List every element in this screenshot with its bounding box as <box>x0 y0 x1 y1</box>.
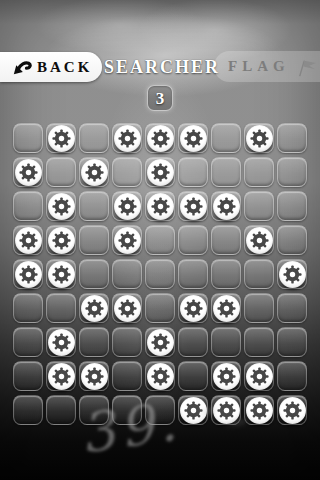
cell-r6c7-gear[interactable] <box>211 293 241 323</box>
cell-r3c5-gear[interactable] <box>145 191 175 221</box>
gear-token-icon <box>279 261 306 288</box>
cell-r7c7-empty[interactable] <box>211 327 241 357</box>
cell-r3c8-empty[interactable] <box>244 191 274 221</box>
cell-r1c2-gear[interactable] <box>46 123 76 153</box>
cell-r5c2-gear[interactable] <box>46 259 76 289</box>
flag-button-label: FLAG <box>228 58 290 75</box>
cell-r8c6-empty[interactable] <box>178 361 208 391</box>
gear-token-icon <box>213 193 240 220</box>
cell-r7c6-empty[interactable] <box>178 327 208 357</box>
cell-r8c9-empty[interactable] <box>277 361 307 391</box>
cell-r6c2-empty[interactable] <box>46 293 76 323</box>
cell-r2c7-empty[interactable] <box>211 157 241 187</box>
cell-r4c4-gear[interactable] <box>112 225 142 255</box>
flag-toggle-button[interactable]: FLAG <box>214 51 320 82</box>
cell-r6c9-empty[interactable] <box>277 293 307 323</box>
gear-token-icon <box>213 397 240 424</box>
cell-r3c6-gear[interactable] <box>178 191 208 221</box>
cell-r7c4-empty[interactable] <box>112 327 142 357</box>
cell-r9c6-gear[interactable] <box>178 395 208 425</box>
gear-token-icon <box>213 363 240 390</box>
cell-r5c9-gear[interactable] <box>277 259 307 289</box>
cell-r4c1-gear[interactable] <box>13 225 43 255</box>
cell-r3c7-gear[interactable] <box>211 191 241 221</box>
cell-r1c5-gear[interactable] <box>145 123 175 153</box>
cell-r9c9-gear[interactable] <box>277 395 307 425</box>
cell-r6c5-empty[interactable] <box>145 293 175 323</box>
cell-r7c9-empty[interactable] <box>277 327 307 357</box>
cell-r2c3-gear[interactable] <box>79 157 109 187</box>
cell-r1c4-gear[interactable] <box>112 123 142 153</box>
cell-r7c1-empty[interactable] <box>13 327 43 357</box>
cell-r9c4-empty[interactable] <box>112 395 142 425</box>
gear-token-icon <box>180 193 207 220</box>
cell-r8c1-empty[interactable] <box>13 361 43 391</box>
cell-r9c5-empty[interactable] <box>145 395 175 425</box>
back-button-label: BACK <box>37 59 92 76</box>
gear-token-icon <box>114 227 141 254</box>
cell-r9c3-empty[interactable] <box>79 395 109 425</box>
gear-token-icon <box>147 159 174 186</box>
gear-token-icon <box>81 295 108 322</box>
cell-r7c5-gear[interactable] <box>145 327 175 357</box>
cell-r9c8-gear[interactable] <box>244 395 274 425</box>
back-button[interactable]: BACK <box>0 52 102 82</box>
cell-r5c3-empty[interactable] <box>79 259 109 289</box>
cell-r1c1-empty[interactable] <box>13 123 43 153</box>
cell-r9c1-empty[interactable] <box>13 395 43 425</box>
cell-r9c7-gear[interactable] <box>211 395 241 425</box>
cell-r5c4-empty[interactable] <box>112 259 142 289</box>
cell-r3c2-gear[interactable] <box>46 191 76 221</box>
cell-r4c5-empty[interactable] <box>145 225 175 255</box>
cell-r2c5-gear[interactable] <box>145 157 175 187</box>
gear-token-icon <box>48 363 75 390</box>
gear-token-icon <box>48 227 75 254</box>
board <box>13 123 307 425</box>
cell-r5c7-empty[interactable] <box>211 259 241 289</box>
cell-r9c2-empty[interactable] <box>46 395 76 425</box>
cell-r6c4-gear[interactable] <box>112 293 142 323</box>
gear-token-icon <box>48 193 75 220</box>
cell-r6c8-empty[interactable] <box>244 293 274 323</box>
gear-token-icon <box>48 261 75 288</box>
cell-r8c4-empty[interactable] <box>112 361 142 391</box>
cell-r5c1-gear[interactable] <box>13 259 43 289</box>
gear-token-icon <box>147 363 174 390</box>
cell-r4c3-empty[interactable] <box>79 225 109 255</box>
cell-r2c2-empty[interactable] <box>46 157 76 187</box>
cell-r6c1-empty[interactable] <box>13 293 43 323</box>
gear-token-icon <box>246 363 273 390</box>
gear-token-icon <box>180 125 207 152</box>
remaining-counter-badge: 3 <box>147 85 173 111</box>
gear-token-icon <box>147 193 174 220</box>
cell-r1c6-gear[interactable] <box>178 123 208 153</box>
cell-r8c5-gear[interactable] <box>145 361 175 391</box>
cell-r5c8-empty[interactable] <box>244 259 274 289</box>
gear-token-icon <box>147 329 174 356</box>
flag-icon <box>296 57 318 77</box>
cell-r8c2-gear[interactable] <box>46 361 76 391</box>
gear-token-icon <box>213 295 240 322</box>
gear-token-icon <box>48 125 75 152</box>
cell-r1c7-empty[interactable] <box>211 123 241 153</box>
cell-r7c3-empty[interactable] <box>79 327 109 357</box>
cell-r3c3-empty[interactable] <box>79 191 109 221</box>
gear-token-icon <box>246 125 273 152</box>
gear-token-icon <box>15 159 42 186</box>
cell-r3c1-empty[interactable] <box>13 191 43 221</box>
gear-token-icon <box>147 125 174 152</box>
gear-token-icon <box>246 397 273 424</box>
cell-r5c6-empty[interactable] <box>178 259 208 289</box>
gear-token-icon <box>15 261 42 288</box>
gear-token-icon <box>180 295 207 322</box>
cell-r6c3-gear[interactable] <box>79 293 109 323</box>
back-arrow-icon <box>12 58 32 76</box>
cell-r4c2-gear[interactable] <box>46 225 76 255</box>
cell-r1c9-empty[interactable] <box>277 123 307 153</box>
gear-token-icon <box>114 295 141 322</box>
cell-r2c9-empty[interactable] <box>277 157 307 187</box>
gear-token-icon <box>81 159 108 186</box>
cell-r4c6-empty[interactable] <box>178 225 208 255</box>
cell-r8c3-gear[interactable] <box>79 361 109 391</box>
cell-r1c3-empty[interactable] <box>79 123 109 153</box>
gear-token-icon <box>48 329 75 356</box>
cell-r6c6-gear[interactable] <box>178 293 208 323</box>
cell-r8c8-gear[interactable] <box>244 361 274 391</box>
cell-r7c2-gear[interactable] <box>46 327 76 357</box>
gear-token-icon <box>81 363 108 390</box>
gear-token-icon <box>114 125 141 152</box>
cell-r2c6-empty[interactable] <box>178 157 208 187</box>
cell-r2c1-gear[interactable] <box>13 157 43 187</box>
gear-token-icon <box>180 397 207 424</box>
gear-token-icon <box>246 227 273 254</box>
cell-r7c8-empty[interactable] <box>244 327 274 357</box>
cell-r2c4-empty[interactable] <box>112 157 142 187</box>
cell-r3c9-empty[interactable] <box>277 191 307 221</box>
cell-r1c8-gear[interactable] <box>244 123 274 153</box>
cell-r2c8-empty[interactable] <box>244 157 274 187</box>
cell-r4c9-empty[interactable] <box>277 225 307 255</box>
gear-token-icon <box>15 227 42 254</box>
cell-r4c8-gear[interactable] <box>244 225 274 255</box>
gear-token-icon <box>279 397 306 424</box>
page-title: SEARCHER <box>104 52 220 82</box>
cell-r8c7-gear[interactable] <box>211 361 241 391</box>
gear-token-icon <box>114 193 141 220</box>
cell-r3c4-gear[interactable] <box>112 191 142 221</box>
cell-r5c5-empty[interactable] <box>145 259 175 289</box>
cell-r4c7-empty[interactable] <box>211 225 241 255</box>
